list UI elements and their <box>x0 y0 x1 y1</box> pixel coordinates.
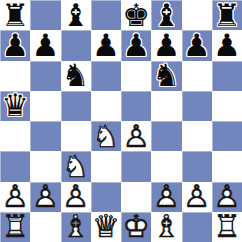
square-g2[interactable]: ♟♙ <box>182 182 212 212</box>
square-c1[interactable]: ♝♗ <box>61 212 91 242</box>
square-a3[interactable] <box>0 151 30 181</box>
square-f4[interactable] <box>151 121 181 151</box>
square-d7[interactable]: ♟ <box>91 30 121 60</box>
piece-glyph-fill: ♟ <box>30 30 60 60</box>
square-e2[interactable] <box>121 182 151 212</box>
square-a6[interactable] <box>0 61 30 91</box>
piece-glyph-fill: ♟ <box>121 30 151 60</box>
piece-glyph-fill: ♛ <box>0 91 30 121</box>
square-g7[interactable]: ♟ <box>182 30 212 60</box>
chess-board: ♜♝♚♝♜♟♟♟♟♟♟♟♞♞♛♞♘♟♙♞♘♟♙♟♙♟♙♟♙♟♙♟♙♜♖♝♗♛♕♚… <box>0 0 242 242</box>
piece-glyph-outline: ♙ <box>151 182 181 212</box>
square-g6[interactable] <box>182 61 212 91</box>
square-c8[interactable]: ♝ <box>61 0 91 30</box>
piece-black-rook[interactable]: ♜ <box>212 0 242 30</box>
square-e1[interactable]: ♚♔ <box>121 212 151 242</box>
square-c7[interactable] <box>61 30 91 60</box>
piece-glyph-fill: ♞ <box>61 61 91 91</box>
square-f2[interactable]: ♟♙ <box>151 182 181 212</box>
square-a5[interactable]: ♛ <box>0 91 30 121</box>
square-e7[interactable]: ♟ <box>121 30 151 60</box>
piece-glyph-outline: ♙ <box>61 182 91 212</box>
piece-white-knight[interactable]: ♞♘ <box>91 121 121 151</box>
square-g8[interactable] <box>182 0 212 30</box>
piece-glyph-outline: ♘ <box>91 121 121 151</box>
square-h1[interactable]: ♜♖ <box>212 212 242 242</box>
square-b5[interactable] <box>30 91 60 121</box>
piece-glyph-outline: ♔ <box>121 212 151 242</box>
square-d3[interactable] <box>91 151 121 181</box>
square-e8[interactable]: ♚ <box>121 0 151 30</box>
square-h4[interactable] <box>212 121 242 151</box>
piece-white-rook[interactable]: ♜♖ <box>212 212 242 242</box>
piece-glyph-fill: ♜ <box>0 0 30 30</box>
piece-glyph-outline: ♘ <box>61 151 91 181</box>
square-a1[interactable]: ♜♖ <box>0 212 30 242</box>
piece-glyph-outline: ♙ <box>30 182 60 212</box>
square-f7[interactable]: ♟ <box>151 30 181 60</box>
piece-black-pawn[interactable]: ♟ <box>121 30 151 60</box>
square-b6[interactable] <box>30 61 60 91</box>
piece-glyph-fill: ♜ <box>212 0 242 30</box>
square-g5[interactable] <box>182 91 212 121</box>
piece-glyph-fill: ♝ <box>151 0 181 30</box>
square-e6[interactable] <box>121 61 151 91</box>
piece-glyph-fill: ♟ <box>91 30 121 60</box>
square-f6[interactable]: ♞ <box>151 61 181 91</box>
piece-white-pawn[interactable]: ♟♙ <box>30 182 60 212</box>
square-h7[interactable]: ♟ <box>212 30 242 60</box>
piece-glyph-outline: ♖ <box>0 212 30 242</box>
square-a7[interactable]: ♟ <box>0 30 30 60</box>
piece-black-pawn[interactable]: ♟ <box>91 30 121 60</box>
piece-black-knight[interactable]: ♞ <box>61 61 91 91</box>
piece-black-king[interactable]: ♚ <box>121 0 151 30</box>
piece-white-pawn[interactable]: ♟♙ <box>151 182 181 212</box>
piece-black-pawn[interactable]: ♟ <box>30 30 60 60</box>
square-b2[interactable]: ♟♙ <box>30 182 60 212</box>
piece-white-pawn[interactable]: ♟♙ <box>0 182 30 212</box>
piece-glyph-fill: ♞ <box>151 61 181 91</box>
piece-glyph-outline: ♖ <box>212 212 242 242</box>
square-d1[interactable]: ♛♕ <box>91 212 121 242</box>
square-c6[interactable]: ♞ <box>61 61 91 91</box>
square-h3[interactable] <box>212 151 242 181</box>
square-d5[interactable] <box>91 91 121 121</box>
square-a4[interactable] <box>0 121 30 151</box>
square-c5[interactable] <box>61 91 91 121</box>
piece-black-pawn[interactable]: ♟ <box>212 30 242 60</box>
square-c3[interactable]: ♞♘ <box>61 151 91 181</box>
piece-glyph-fill: ♟ <box>151 30 181 60</box>
square-f3[interactable] <box>151 151 181 181</box>
piece-glyph-fill: ♟ <box>212 30 242 60</box>
piece-white-knight[interactable]: ♞♘ <box>61 151 91 181</box>
piece-white-king[interactable]: ♚♔ <box>121 212 151 242</box>
piece-glyph-fill: ♚ <box>121 0 151 30</box>
piece-black-queen[interactable]: ♛ <box>0 91 30 121</box>
piece-black-bishop[interactable]: ♝ <box>151 0 181 30</box>
piece-glyph-fill: ♝ <box>61 0 91 30</box>
piece-white-pawn[interactable]: ♟♙ <box>212 182 242 212</box>
square-a8[interactable]: ♜ <box>0 0 30 30</box>
square-a2[interactable]: ♟♙ <box>0 182 30 212</box>
square-b4[interactable] <box>30 121 60 151</box>
square-c2[interactable]: ♟♙ <box>61 182 91 212</box>
square-d2[interactable] <box>91 182 121 212</box>
piece-glyph-outline: ♗ <box>151 212 181 242</box>
piece-black-pawn[interactable]: ♟ <box>182 30 212 60</box>
piece-white-rook[interactable]: ♜♖ <box>0 212 30 242</box>
square-g3[interactable] <box>182 151 212 181</box>
piece-glyph-outline: ♙ <box>0 182 30 212</box>
square-g4[interactable] <box>182 121 212 151</box>
square-e3[interactable] <box>121 151 151 181</box>
square-h2[interactable]: ♟♙ <box>212 182 242 212</box>
square-g1[interactable] <box>182 212 212 242</box>
square-f8[interactable]: ♝ <box>151 0 181 30</box>
piece-white-pawn[interactable]: ♟♙ <box>182 182 212 212</box>
piece-white-queen[interactable]: ♛♕ <box>91 212 121 242</box>
piece-glyph-outline: ♙ <box>212 182 242 212</box>
square-d8[interactable] <box>91 0 121 30</box>
piece-glyph-outline: ♙ <box>182 182 212 212</box>
square-e4[interactable]: ♟♙ <box>121 121 151 151</box>
square-d6[interactable] <box>91 61 121 91</box>
piece-white-pawn[interactable]: ♟♙ <box>61 182 91 212</box>
piece-glyph-fill: ♟ <box>182 30 212 60</box>
square-h6[interactable] <box>212 61 242 91</box>
piece-black-pawn[interactable]: ♟ <box>0 30 30 60</box>
square-b7[interactable]: ♟ <box>30 30 60 60</box>
square-d4[interactable]: ♞♘ <box>91 121 121 151</box>
square-c4[interactable] <box>61 121 91 151</box>
piece-black-rook[interactable]: ♜ <box>0 0 30 30</box>
piece-glyph-outline: ♕ <box>91 212 121 242</box>
square-h5[interactable] <box>212 91 242 121</box>
square-b3[interactable] <box>30 151 60 181</box>
piece-glyph-outline: ♗ <box>61 212 91 242</box>
piece-white-bishop[interactable]: ♝♗ <box>151 212 181 242</box>
square-f1[interactable]: ♝♗ <box>151 212 181 242</box>
square-b1[interactable] <box>30 212 60 242</box>
piece-black-bishop[interactable]: ♝ <box>61 0 91 30</box>
square-h8[interactable]: ♜ <box>212 0 242 30</box>
piece-white-bishop[interactable]: ♝♗ <box>61 212 91 242</box>
piece-glyph-outline: ♙ <box>121 121 151 151</box>
square-b8[interactable] <box>30 0 60 30</box>
piece-glyph-fill: ♟ <box>0 30 30 60</box>
piece-black-pawn[interactable]: ♟ <box>151 30 181 60</box>
piece-white-pawn[interactable]: ♟♙ <box>121 121 151 151</box>
piece-black-knight[interactable]: ♞ <box>151 61 181 91</box>
square-e5[interactable] <box>121 91 151 121</box>
square-f5[interactable] <box>151 91 181 121</box>
